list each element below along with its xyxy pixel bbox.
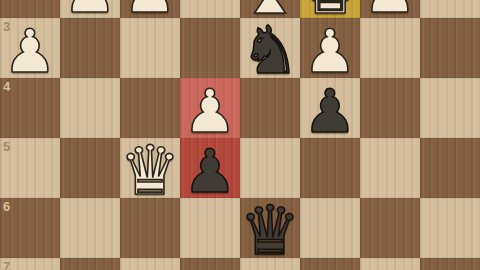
square-c7[interactable] xyxy=(300,258,360,270)
square-c6[interactable] xyxy=(300,198,360,258)
square-d3[interactable]: ♞ xyxy=(240,18,300,78)
square-c4[interactable]: ♟ xyxy=(300,78,360,138)
square-f7[interactable] xyxy=(120,258,180,270)
white-pawn-e4[interactable]: ♟ xyxy=(180,81,240,141)
square-g5[interactable] xyxy=(60,138,120,198)
rank-label-7: 7 xyxy=(3,259,10,270)
white-pawn-g2[interactable]: ♟ xyxy=(60,0,120,21)
rank-label-3: 3 xyxy=(3,19,10,34)
square-e5[interactable]: ♟ xyxy=(180,138,240,198)
square-a6[interactable] xyxy=(420,198,480,258)
square-e2[interactable] xyxy=(180,0,240,18)
rank-label-5: 5 xyxy=(3,139,10,154)
square-f5[interactable]: ♛ xyxy=(120,138,180,198)
square-c5[interactable] xyxy=(300,138,360,198)
square-b2[interactable]: ♟ xyxy=(360,0,420,18)
square-b4[interactable] xyxy=(360,78,420,138)
white-pawn-c3[interactable]: ♟ xyxy=(300,21,360,81)
square-f4[interactable] xyxy=(120,78,180,138)
rank-label-4: 4 xyxy=(3,79,10,94)
square-g4[interactable] xyxy=(60,78,120,138)
black-pawn-e5[interactable]: ♟ xyxy=(180,141,240,201)
square-g3[interactable] xyxy=(60,18,120,78)
square-a7[interactable] xyxy=(420,258,480,270)
square-g6[interactable] xyxy=(60,198,120,258)
square-h6[interactable]: 6 xyxy=(0,198,60,258)
square-b7[interactable] xyxy=(360,258,420,270)
rank-label-6: 6 xyxy=(3,199,10,214)
square-e7[interactable] xyxy=(180,258,240,270)
square-f2[interactable]: ♟ xyxy=(120,0,180,18)
square-h3[interactable]: ♟3 xyxy=(0,18,60,78)
square-g2[interactable]: ♟ xyxy=(60,0,120,18)
square-g7[interactable] xyxy=(60,258,120,270)
square-a3[interactable] xyxy=(420,18,480,78)
square-d6[interactable]: ♛ xyxy=(240,198,300,258)
black-pawn-c4[interactable]: ♟ xyxy=(300,81,360,141)
black-knight-d3[interactable]: ♞ xyxy=(240,21,300,81)
square-d5[interactable] xyxy=(240,138,300,198)
square-a4[interactable] xyxy=(420,78,480,138)
square-b3[interactable] xyxy=(360,18,420,78)
chessboard: ♟♟♝♚♟♟3♞♟4♟♟5♛♟6♛7 xyxy=(0,0,480,270)
square-b5[interactable] xyxy=(360,138,420,198)
square-a5[interactable] xyxy=(420,138,480,198)
square-b6[interactable] xyxy=(360,198,420,258)
chessboard-viewport: ♟♟♝♚♟♟3♞♟4♟♟5♛♟6♛7 xyxy=(0,0,480,270)
square-h7[interactable]: 7 xyxy=(0,258,60,270)
square-e3[interactable] xyxy=(180,18,240,78)
white-queen-f5[interactable]: ♛ xyxy=(120,141,180,201)
square-e6[interactable] xyxy=(180,198,240,258)
square-e4[interactable]: ♟ xyxy=(180,78,240,138)
square-c3[interactable]: ♟ xyxy=(300,18,360,78)
square-a2[interactable] xyxy=(420,0,480,18)
square-h5[interactable]: 5 xyxy=(0,138,60,198)
white-pawn-f2[interactable]: ♟ xyxy=(120,0,180,21)
square-h4[interactable]: 4 xyxy=(0,78,60,138)
square-f3[interactable] xyxy=(120,18,180,78)
black-queen-d6[interactable]: ♛ xyxy=(240,201,300,261)
white-pawn-b2[interactable]: ♟ xyxy=(360,0,420,21)
